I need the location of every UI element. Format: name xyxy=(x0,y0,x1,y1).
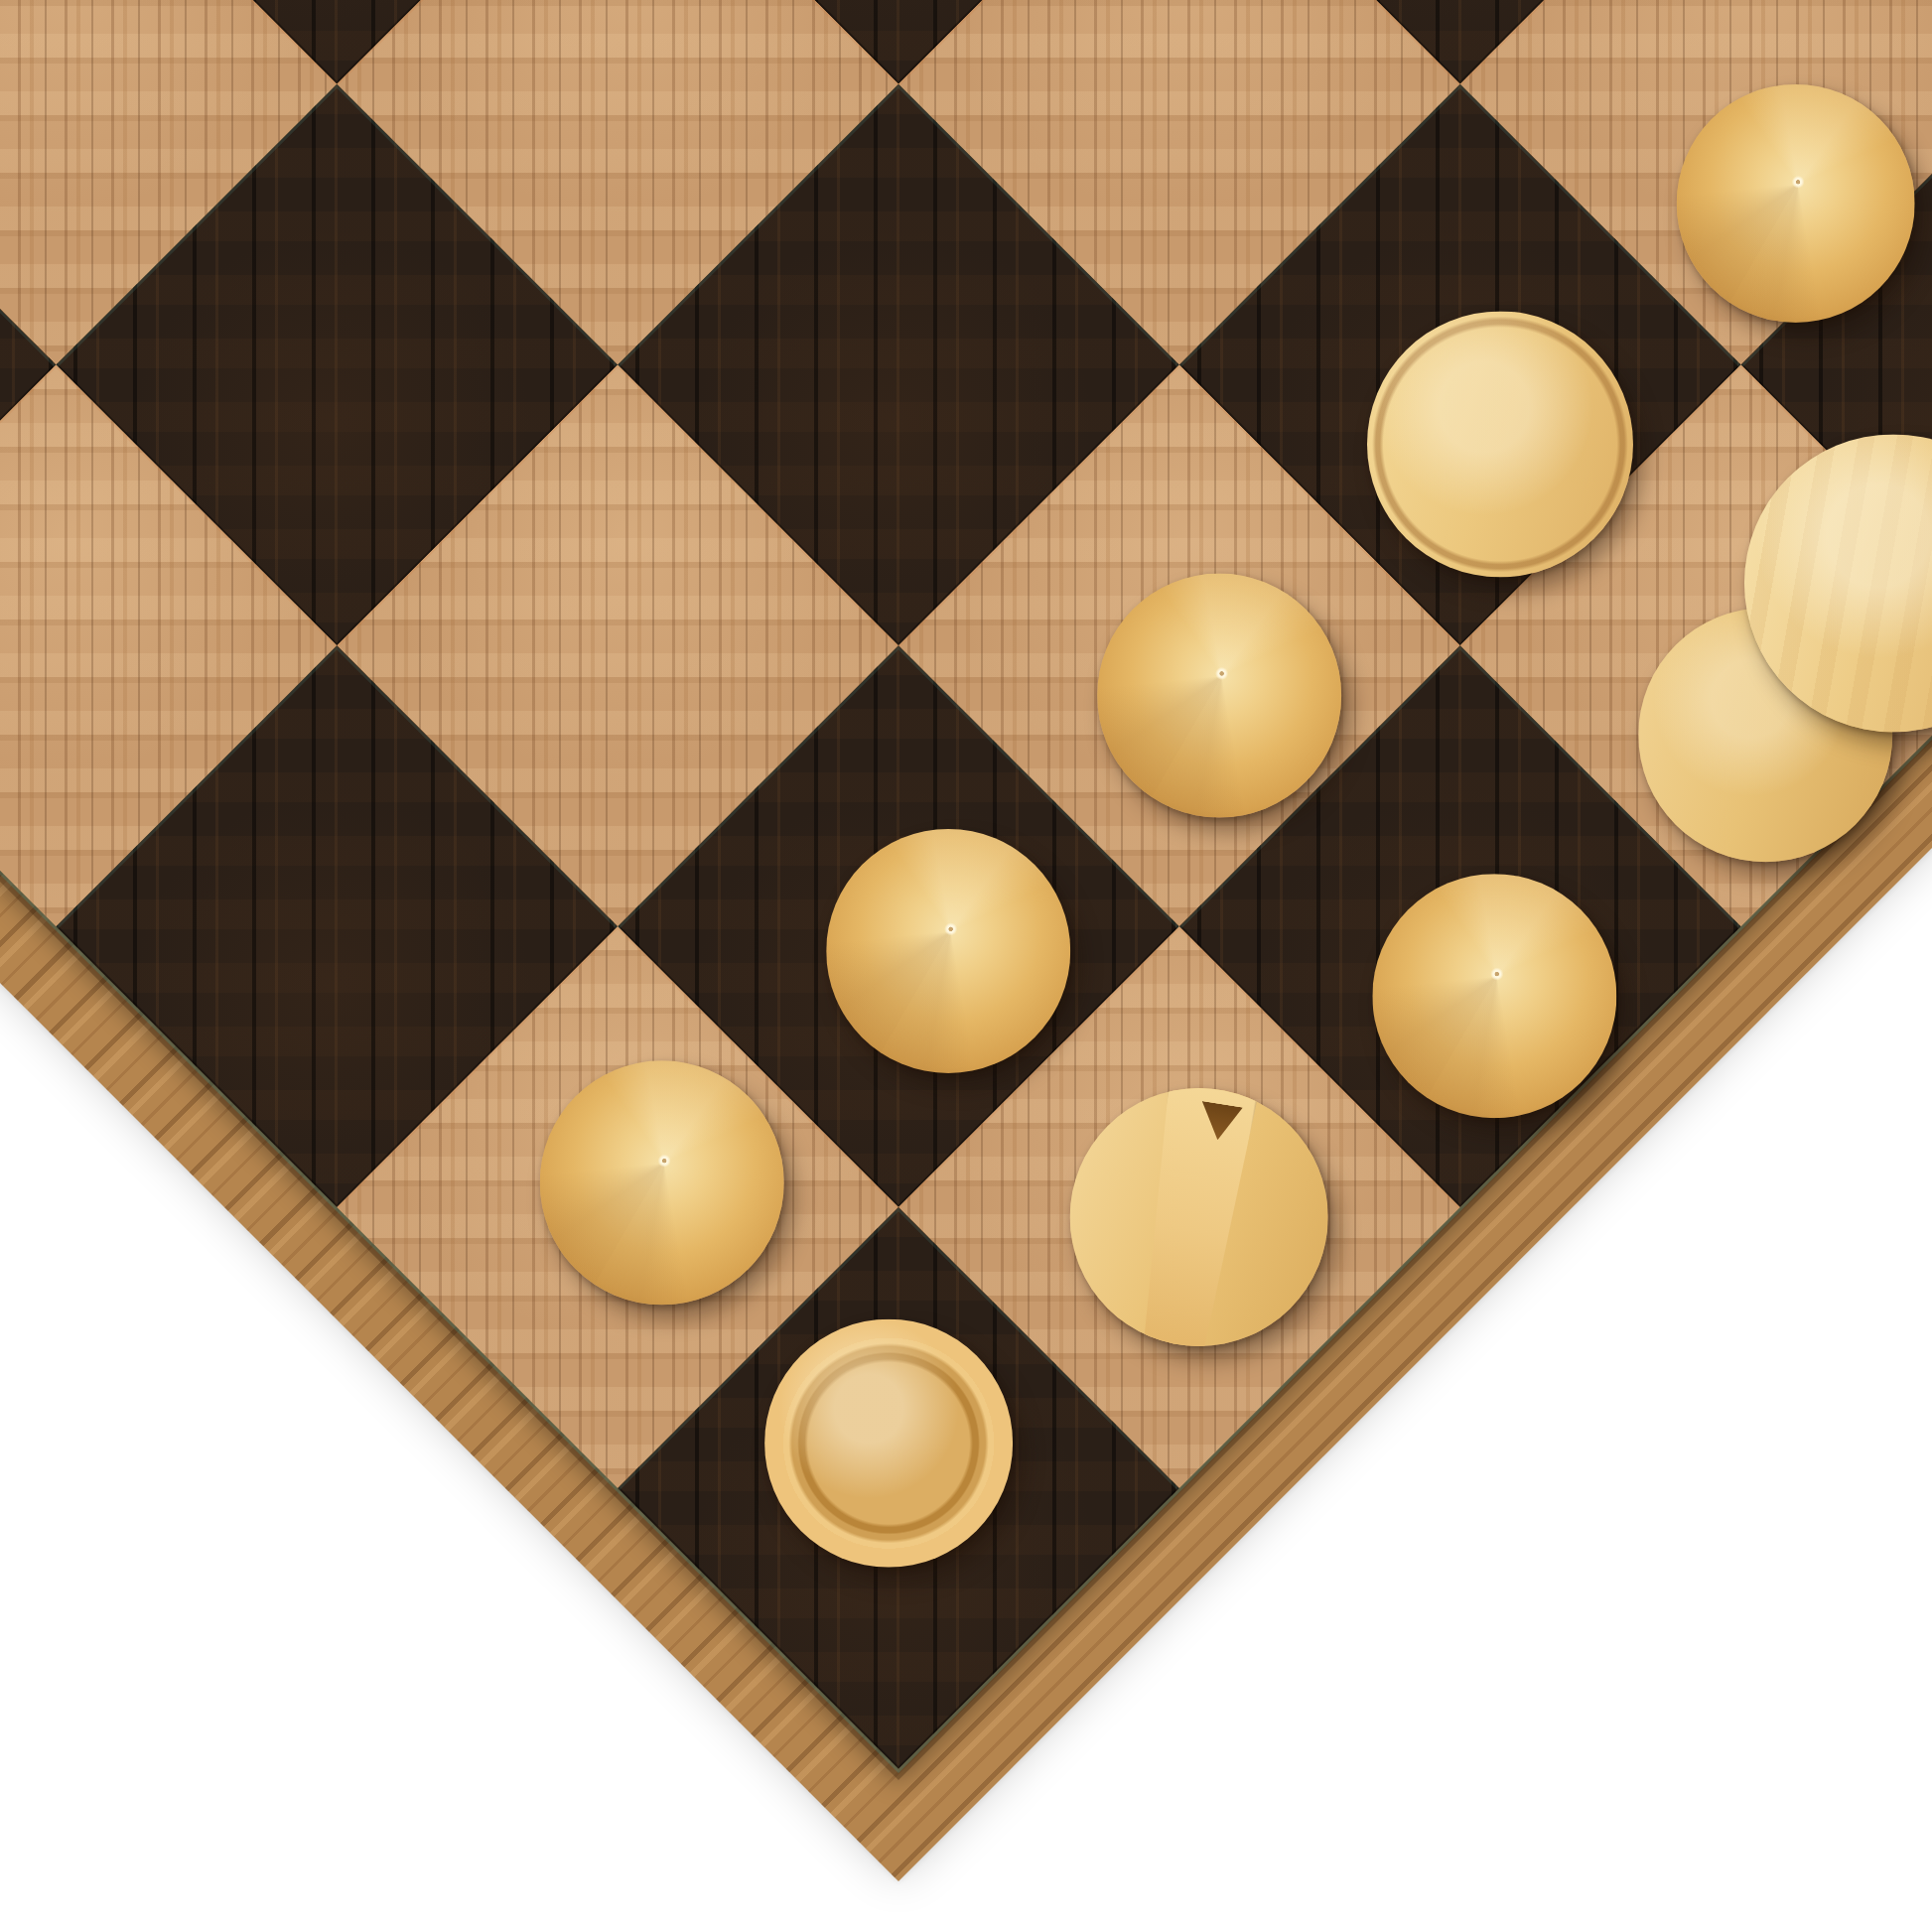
piece-pawn-g3[interactable]: ♙ xyxy=(1097,573,1341,817)
piece-queen-g4[interactable]: ♕ xyxy=(1367,312,1633,578)
board-frame: ♖♙♘♙♙♙♗♕♔♙ xyxy=(0,0,1932,1881)
piece-pawn-g1[interactable]: ♙ xyxy=(540,1060,784,1305)
piece-pawn-g5[interactable]: ♙ xyxy=(1677,84,1915,323)
photo-scene: ♖♙♘♙♙♙♗♕♔♙ xyxy=(0,0,1932,1932)
chessboard: ♖♙♘♙♙♙♗♕♔♙ xyxy=(0,0,1932,1769)
piece-pawn-g2[interactable]: ♙ xyxy=(826,829,1070,1073)
piece-pawn-h3[interactable]: ♙ xyxy=(1373,874,1617,1118)
piece-knight-h2[interactable]: ♘ xyxy=(1070,1088,1328,1346)
piece-rook-h1[interactable]: ♖ xyxy=(764,1319,1013,1568)
